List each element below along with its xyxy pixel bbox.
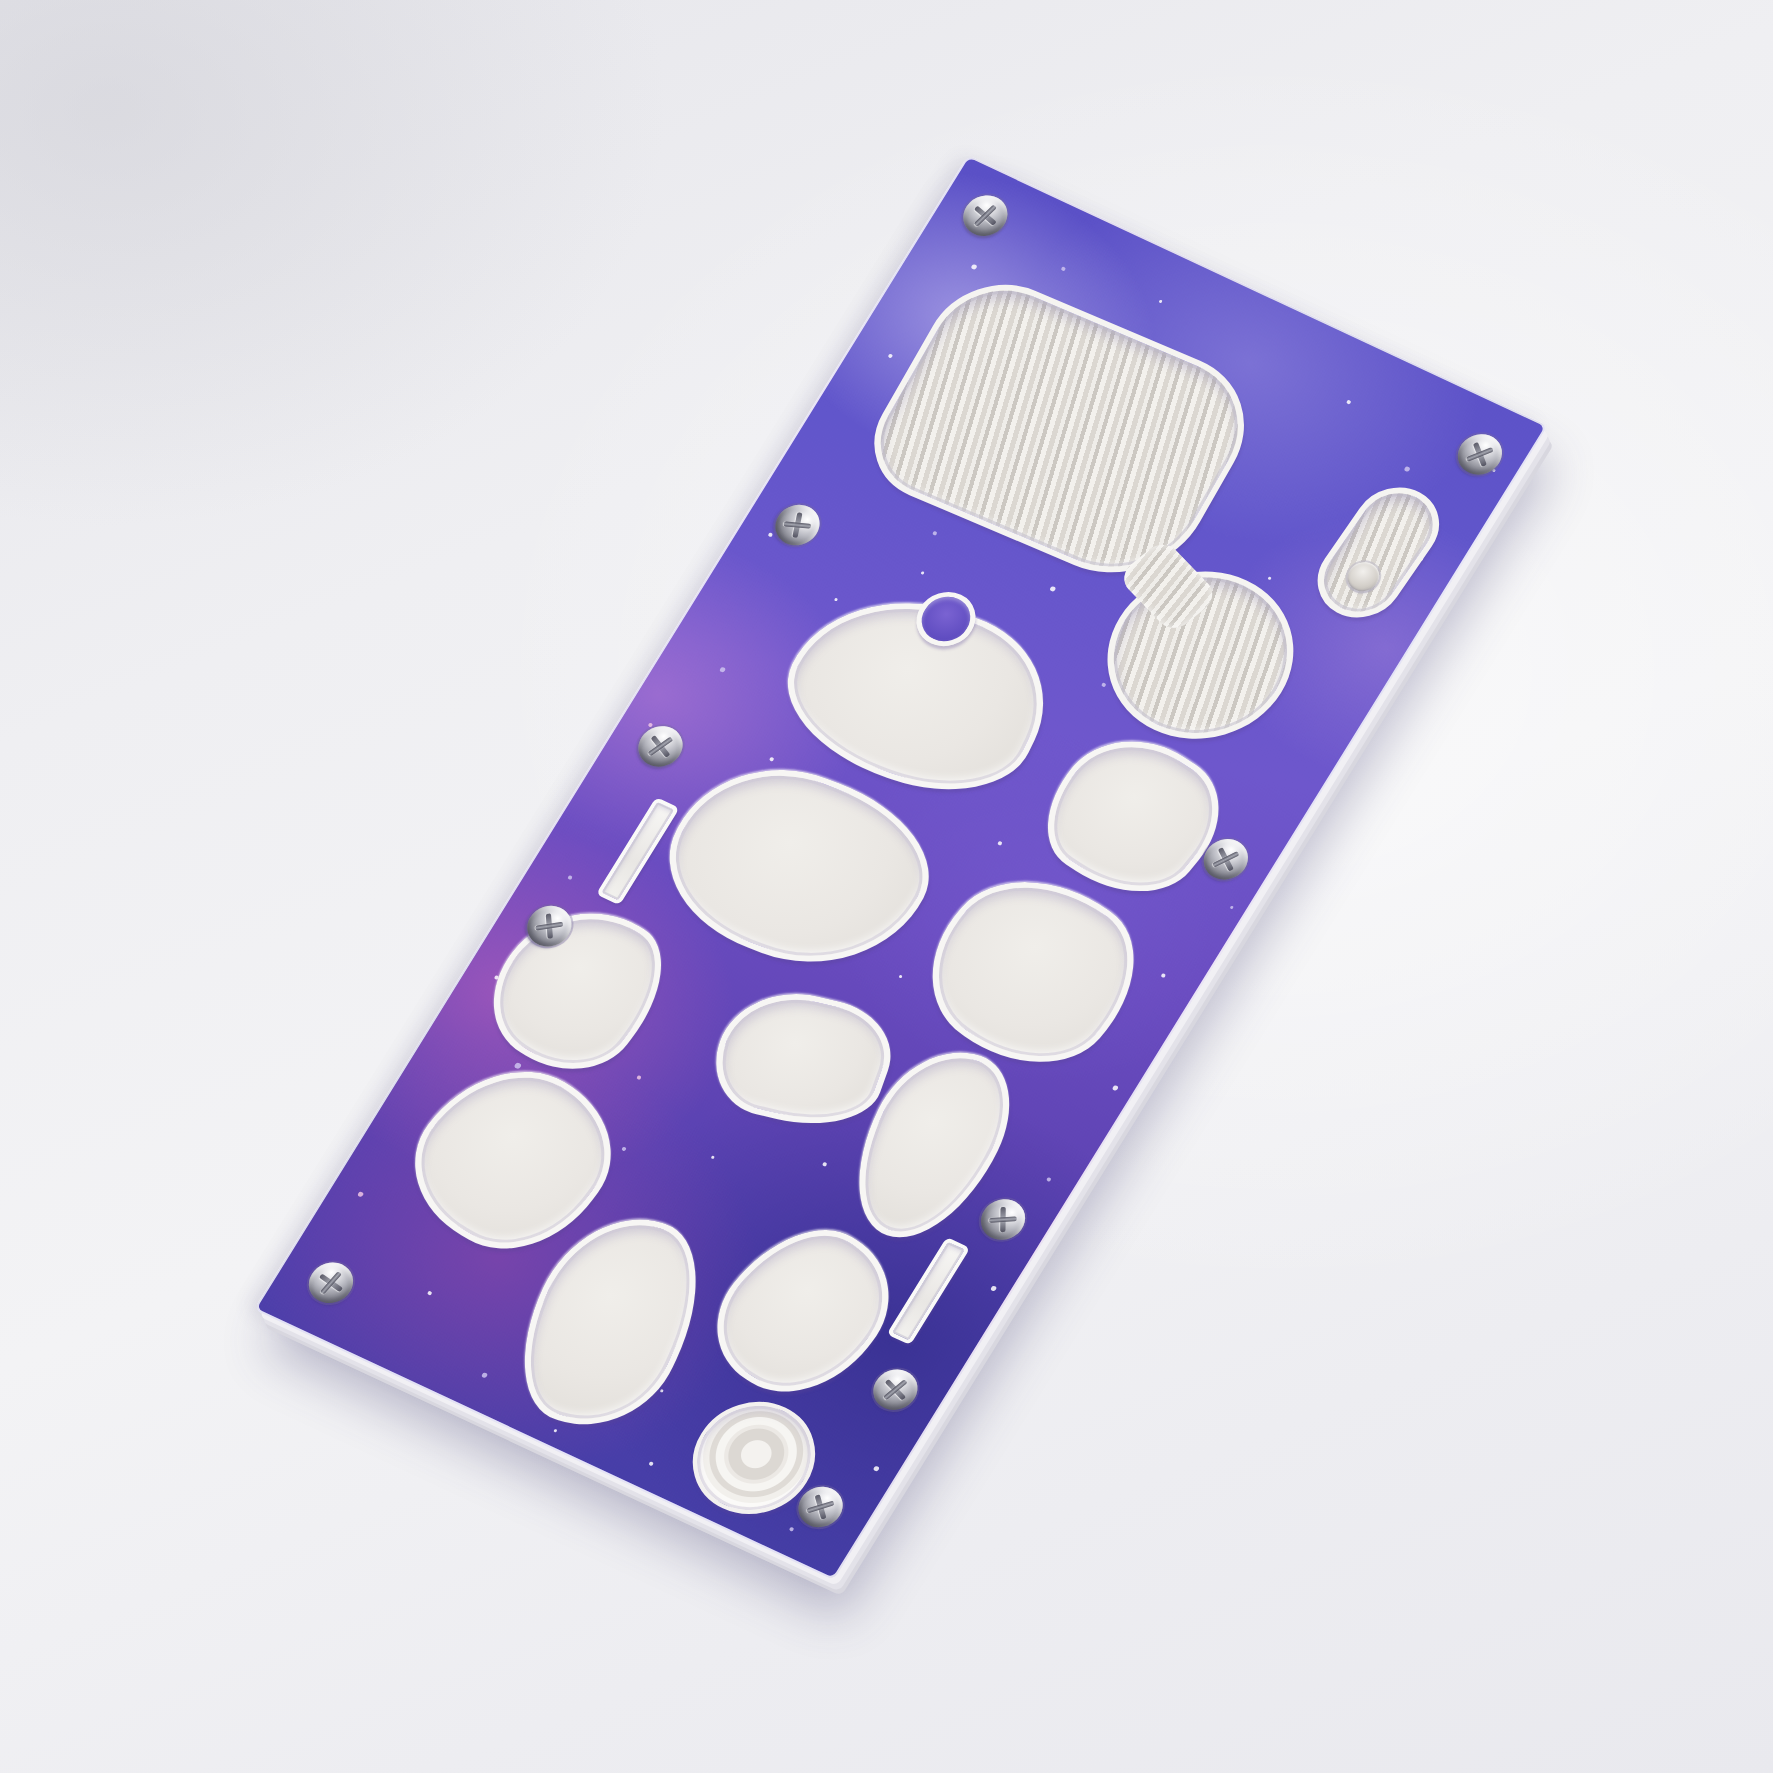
star-speckle — [513, 1062, 522, 1070]
star-speckle — [648, 1461, 654, 1466]
phillips-screw-3 — [772, 503, 824, 548]
vent-slot-left — [596, 797, 680, 905]
star-speckle — [1160, 973, 1166, 978]
star-speckle — [357, 1190, 364, 1196]
star-speckle — [621, 1146, 627, 1151]
star-speckle — [789, 1527, 795, 1532]
star-speckle — [1112, 1084, 1119, 1090]
galaxy-nest-panel — [254, 155, 1548, 1580]
star-speckle — [769, 757, 775, 762]
vent-slot-right — [887, 1237, 971, 1345]
star-speckle — [1060, 266, 1066, 271]
phillips-screw-4 — [630, 718, 691, 775]
phillips-screw-8 — [981, 1198, 1026, 1241]
star-speckle — [990, 1285, 997, 1291]
ridged-chamber-large — [851, 262, 1275, 599]
cutout-left — [463, 882, 693, 1094]
star-speckle — [710, 1155, 714, 1159]
star-speckle — [970, 263, 977, 269]
star-speckle — [888, 353, 894, 358]
phillips-screw-9 — [864, 1361, 926, 1418]
phillips-screw-2 — [1452, 428, 1508, 482]
phillips-screw-1 — [954, 187, 1017, 244]
phillips-screw-6 — [300, 1255, 362, 1312]
star-speckle — [898, 974, 902, 978]
star-speckle — [822, 1162, 828, 1167]
star-speckle — [427, 1291, 433, 1296]
star-speckle — [1346, 400, 1352, 405]
star-speckle — [920, 570, 924, 574]
tabletop-surface — [0, 0, 1773, 1773]
star-speckle — [767, 532, 773, 537]
star-speckle — [834, 597, 838, 601]
star-speckle — [932, 531, 938, 536]
star-speckle — [1267, 576, 1271, 580]
star-speckle — [1229, 905, 1233, 909]
star-speckle — [873, 1465, 880, 1471]
star-speckle — [1101, 682, 1107, 687]
star-speckle — [1046, 1177, 1052, 1182]
star-speckle — [553, 1428, 557, 1432]
star-speckle — [1403, 465, 1410, 471]
star-speckle — [1158, 299, 1162, 303]
star-speckle — [659, 1388, 663, 1392]
star-speckle — [636, 1075, 642, 1080]
star-speckle — [481, 1371, 488, 1377]
star-speckle — [997, 841, 1003, 846]
star-speckle — [1049, 585, 1056, 591]
ridged-chamber-pill — [1301, 473, 1456, 631]
star-speckle — [719, 666, 726, 672]
star-speckle — [567, 875, 573, 880]
